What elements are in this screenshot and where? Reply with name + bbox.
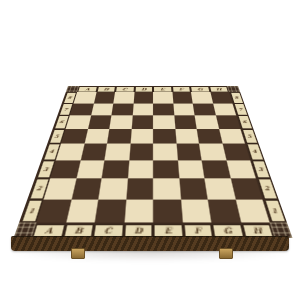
pieces-layer (0, 0, 300, 300)
chess-set-photo: ABCDEFGH8877665544332211ABCDEFGH (0, 0, 300, 300)
